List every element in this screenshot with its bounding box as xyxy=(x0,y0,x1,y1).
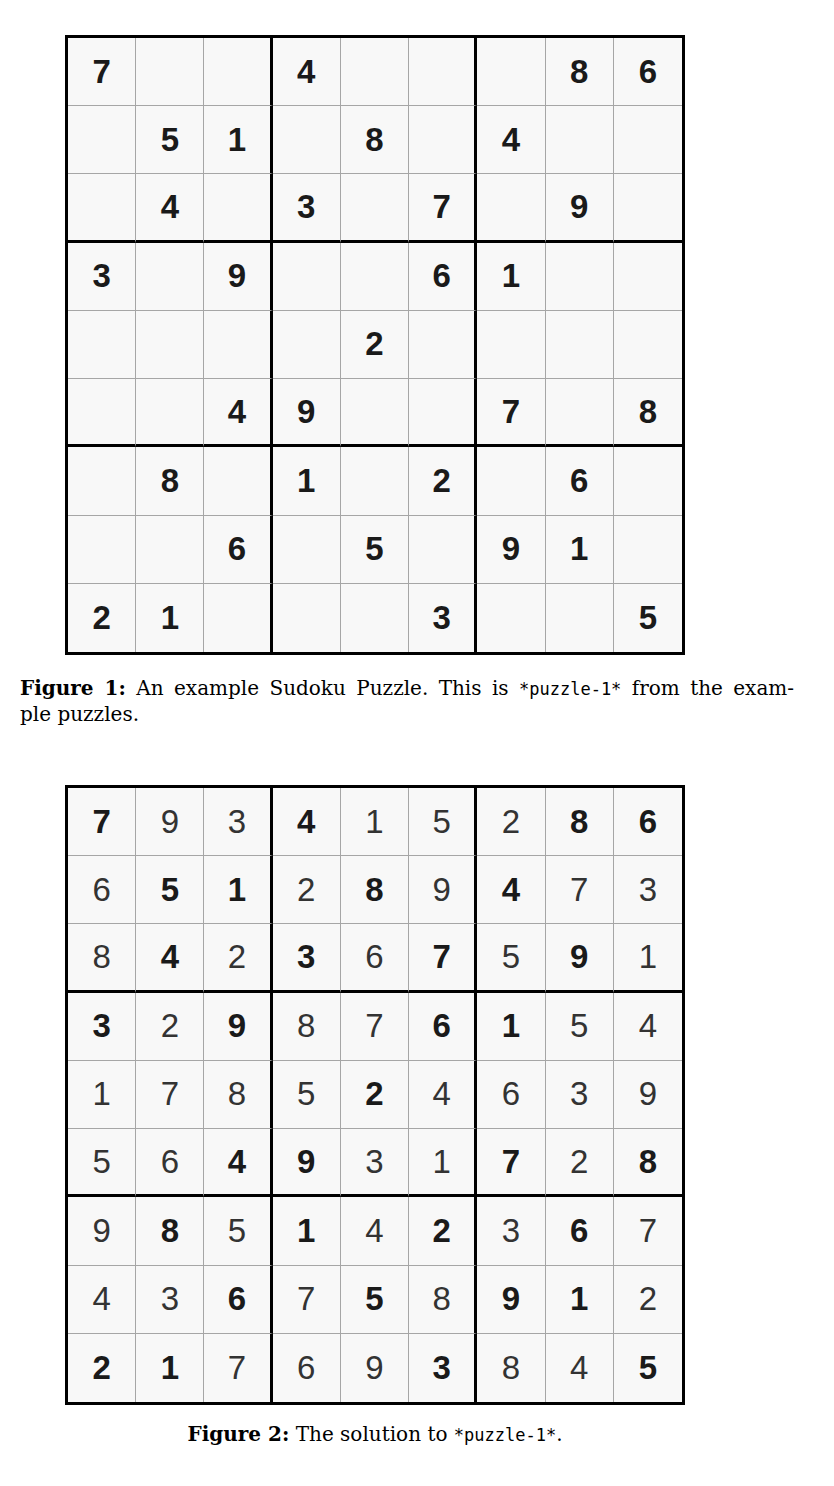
cell-r3c6: 7 xyxy=(409,174,477,242)
cell-r3c8: 9 xyxy=(546,924,614,992)
cell-r6c7: 7 xyxy=(477,1129,545,1197)
cell-r1c5: 1 xyxy=(341,788,409,856)
cell-r6c1: 5 xyxy=(68,1129,136,1197)
cell-r5c8: 3 xyxy=(546,1061,614,1129)
cell-r5c9: 9 xyxy=(614,1061,682,1129)
cell-r2c6 xyxy=(409,106,477,174)
cell-r6c9: 8 xyxy=(614,379,682,447)
cell-r3c9: 1 xyxy=(614,924,682,992)
cell-r3c3: 2 xyxy=(204,924,272,992)
cell-r2c7: 4 xyxy=(477,106,545,174)
cell-r9c6: 3 xyxy=(409,584,477,652)
cell-r2c1: 6 xyxy=(68,856,136,924)
cell-r6c6 xyxy=(409,379,477,447)
cell-r4c9: 4 xyxy=(614,993,682,1061)
cell-r4c8: 5 xyxy=(546,993,614,1061)
cell-r1c1: 7 xyxy=(68,38,136,106)
cell-r4c1: 3 xyxy=(68,243,136,311)
cell-r3c2: 4 xyxy=(136,924,204,992)
figure2-caption: Figure 2: The solution to *puzzle-1*. xyxy=(65,1422,685,1448)
cell-r2c4: 2 xyxy=(273,856,341,924)
cell-r8c6: 8 xyxy=(409,1266,477,1334)
cell-r4c7: 1 xyxy=(477,993,545,1061)
cell-r1c9: 6 xyxy=(614,38,682,106)
cell-r2c5: 8 xyxy=(341,106,409,174)
cell-r2c2: 5 xyxy=(136,106,204,174)
cell-r6c2: 6 xyxy=(136,1129,204,1197)
figure1-text-before-code: An example Sudoku Puzzle. This is xyxy=(136,676,508,700)
cell-r8c1: 4 xyxy=(68,1266,136,1334)
cell-r8c2 xyxy=(136,516,204,584)
cell-r1c6: 5 xyxy=(409,788,477,856)
cell-r5c7 xyxy=(477,311,545,379)
cell-r8c1 xyxy=(68,516,136,584)
cell-r9c7: 8 xyxy=(477,1334,545,1402)
cell-r7c4: 1 xyxy=(273,1197,341,1265)
cell-r8c7: 9 xyxy=(477,516,545,584)
cell-r8c4: 7 xyxy=(273,1266,341,1334)
cell-r8c3: 6 xyxy=(204,1266,272,1334)
cell-r2c8: 7 xyxy=(546,856,614,924)
cell-r2c9: 3 xyxy=(614,856,682,924)
figure2-puzzle-code: *puzzle-1* xyxy=(454,1425,556,1445)
cell-r7c6: 2 xyxy=(409,447,477,515)
figure1-label: Figure 1: xyxy=(20,676,126,700)
cell-r3c5: 6 xyxy=(341,924,409,992)
cell-r2c5: 8 xyxy=(341,856,409,924)
cell-r4c4 xyxy=(273,243,341,311)
cell-r1c2: 9 xyxy=(136,788,204,856)
sudoku-puzzle-board: 748651844379396124978812665912135 xyxy=(65,35,685,655)
cell-r1c3 xyxy=(204,38,272,106)
cell-r7c3: 5 xyxy=(204,1197,272,1265)
cell-r3c6: 7 xyxy=(409,924,477,992)
cell-r3c3 xyxy=(204,174,272,242)
cell-r8c8: 1 xyxy=(546,516,614,584)
cell-r7c4: 1 xyxy=(273,447,341,515)
cell-r2c9 xyxy=(614,106,682,174)
cell-r6c4: 9 xyxy=(273,1129,341,1197)
figure2-suffix: . xyxy=(556,1422,562,1446)
cell-r7c9 xyxy=(614,447,682,515)
cell-r6c4: 9 xyxy=(273,379,341,447)
cell-r1c7: 2 xyxy=(477,788,545,856)
cell-r7c9: 7 xyxy=(614,1197,682,1265)
cell-r9c7 xyxy=(477,584,545,652)
cell-r2c1 xyxy=(68,106,136,174)
cell-r9c4: 6 xyxy=(273,1334,341,1402)
cell-r9c3 xyxy=(204,584,272,652)
cell-r4c6: 6 xyxy=(409,993,477,1061)
cell-r5c1 xyxy=(68,311,136,379)
cell-r8c7: 9 xyxy=(477,1266,545,1334)
figure1-caption-line1: Figure 1: An example Sudoku Puzzle. This… xyxy=(20,676,794,702)
sudoku-solution-board: 7934152866512894738423675913298761541785… xyxy=(65,785,685,1405)
cell-r1c6 xyxy=(409,38,477,106)
cell-r3c1 xyxy=(68,174,136,242)
cell-r5c5: 2 xyxy=(341,1061,409,1129)
cell-r6c5 xyxy=(341,379,409,447)
cell-r1c1: 7 xyxy=(68,788,136,856)
cell-r7c3 xyxy=(204,447,272,515)
cell-r7c5: 4 xyxy=(341,1197,409,1265)
cell-r2c2: 5 xyxy=(136,856,204,924)
cell-r8c4 xyxy=(273,516,341,584)
cell-r6c9: 8 xyxy=(614,1129,682,1197)
cell-r4c4: 8 xyxy=(273,993,341,1061)
cell-r7c6: 2 xyxy=(409,1197,477,1265)
cell-r2c8 xyxy=(546,106,614,174)
cell-r9c9: 5 xyxy=(614,1334,682,1402)
cell-r2c7: 4 xyxy=(477,856,545,924)
cell-r5c2 xyxy=(136,311,204,379)
cell-r8c8: 1 xyxy=(546,1266,614,1334)
cell-r3c2: 4 xyxy=(136,174,204,242)
cell-r9c9: 5 xyxy=(614,584,682,652)
cell-r7c1: 9 xyxy=(68,1197,136,1265)
cell-r9c5 xyxy=(341,584,409,652)
cell-r4c3: 9 xyxy=(204,993,272,1061)
cell-r5c3: 8 xyxy=(204,1061,272,1129)
cell-r5c1: 1 xyxy=(68,1061,136,1129)
cell-r4c6: 6 xyxy=(409,243,477,311)
cell-r7c8: 6 xyxy=(546,447,614,515)
cell-r8c2: 3 xyxy=(136,1266,204,1334)
cell-r7c7 xyxy=(477,447,545,515)
cell-r6c2 xyxy=(136,379,204,447)
figure2-text-before-code: The solution to xyxy=(296,1422,448,1446)
cell-r7c1 xyxy=(68,447,136,515)
cell-r4c1: 3 xyxy=(68,993,136,1061)
cell-r7c2: 8 xyxy=(136,1197,204,1265)
cell-r8c9 xyxy=(614,516,682,584)
cell-r4c3: 9 xyxy=(204,243,272,311)
figure1-caption-line2: ple puzzles. xyxy=(20,702,794,727)
cell-r4c8 xyxy=(546,243,614,311)
cell-r6c7: 7 xyxy=(477,379,545,447)
cell-r6c8: 2 xyxy=(546,1129,614,1197)
cell-r3c5 xyxy=(341,174,409,242)
cell-r4c5 xyxy=(341,243,409,311)
cell-r4c2 xyxy=(136,243,204,311)
cell-r3c7: 5 xyxy=(477,924,545,992)
cell-r8c5: 5 xyxy=(341,1266,409,1334)
cell-r3c1: 8 xyxy=(68,924,136,992)
cell-r3c9 xyxy=(614,174,682,242)
figure1-caption: Figure 1: An example Sudoku Puzzle. This… xyxy=(20,676,794,727)
cell-r7c7: 3 xyxy=(477,1197,545,1265)
cell-r1c8: 8 xyxy=(546,38,614,106)
cell-r6c6: 1 xyxy=(409,1129,477,1197)
cell-r2c3: 1 xyxy=(204,106,272,174)
cell-r1c9: 6 xyxy=(614,788,682,856)
figure1-text-after-code: from the exam- xyxy=(632,676,794,700)
cell-r5c7: 6 xyxy=(477,1061,545,1129)
cell-r1c5 xyxy=(341,38,409,106)
cell-r8c9: 2 xyxy=(614,1266,682,1334)
cell-r8c5: 5 xyxy=(341,516,409,584)
cell-r5c3 xyxy=(204,311,272,379)
cell-r5c2: 7 xyxy=(136,1061,204,1129)
cell-r5c4 xyxy=(273,311,341,379)
cell-r9c6: 3 xyxy=(409,1334,477,1402)
cell-r6c1 xyxy=(68,379,136,447)
cell-r3c8: 9 xyxy=(546,174,614,242)
cell-r4c7: 1 xyxy=(477,243,545,311)
cell-r3c4: 3 xyxy=(273,174,341,242)
cell-r3c4: 3 xyxy=(273,924,341,992)
cell-r5c4: 5 xyxy=(273,1061,341,1129)
figure1-puzzle-code: *puzzle-1* xyxy=(519,679,621,699)
cell-r9c4 xyxy=(273,584,341,652)
cell-r9c8: 4 xyxy=(546,1334,614,1402)
cell-r1c3: 3 xyxy=(204,788,272,856)
cell-r2c6: 9 xyxy=(409,856,477,924)
cell-r1c8: 8 xyxy=(546,788,614,856)
cell-r5c6 xyxy=(409,311,477,379)
cell-r9c8 xyxy=(546,584,614,652)
cell-r2c3: 1 xyxy=(204,856,272,924)
cell-r9c1: 2 xyxy=(68,584,136,652)
cell-r9c1: 2 xyxy=(68,1334,136,1402)
cell-r9c2: 1 xyxy=(136,1334,204,1402)
cell-r7c2: 8 xyxy=(136,447,204,515)
cell-r3c7 xyxy=(477,174,545,242)
cell-r9c5: 9 xyxy=(341,1334,409,1402)
figure2-label: Figure 2: xyxy=(187,1422,289,1446)
cell-r6c8 xyxy=(546,379,614,447)
cell-r4c9 xyxy=(614,243,682,311)
cell-r1c4: 4 xyxy=(273,38,341,106)
cell-r4c2: 2 xyxy=(136,993,204,1061)
cell-r5c9 xyxy=(614,311,682,379)
cell-r8c3: 6 xyxy=(204,516,272,584)
cell-r7c8: 6 xyxy=(546,1197,614,1265)
cell-r5c6: 4 xyxy=(409,1061,477,1129)
cell-r9c3: 7 xyxy=(204,1334,272,1402)
cell-r6c3: 4 xyxy=(204,379,272,447)
cell-r8c6 xyxy=(409,516,477,584)
cell-r6c3: 4 xyxy=(204,1129,272,1197)
cell-r2c4 xyxy=(273,106,341,174)
cell-r1c7 xyxy=(477,38,545,106)
cell-r7c5 xyxy=(341,447,409,515)
cell-r5c5: 2 xyxy=(341,311,409,379)
cell-r4c5: 7 xyxy=(341,993,409,1061)
cell-r1c4: 4 xyxy=(273,788,341,856)
cell-r1c2 xyxy=(136,38,204,106)
cell-r6c5: 3 xyxy=(341,1129,409,1197)
cell-r9c2: 1 xyxy=(136,584,204,652)
cell-r5c8 xyxy=(546,311,614,379)
